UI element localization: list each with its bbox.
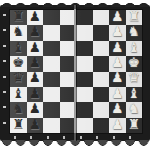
square-r7c3[interactable] bbox=[43, 102, 60, 117]
frame-coordinate-marks-bottom bbox=[14, 136, 138, 139]
square-r5c6[interactable] bbox=[93, 72, 110, 87]
square-r4c5[interactable] bbox=[76, 56, 93, 71]
white-knight[interactable]: ♞ bbox=[128, 25, 140, 39]
square-r7c6[interactable] bbox=[93, 102, 110, 117]
case-bottom-scalloped-edge bbox=[0, 140, 150, 150]
white-bishop[interactable]: ♝ bbox=[128, 87, 140, 101]
square-r7c5[interactable] bbox=[76, 102, 93, 117]
white-king[interactable]: ♚ bbox=[128, 56, 140, 70]
square-r1c3[interactable] bbox=[43, 10, 60, 25]
frame-coordinate-marks-left bbox=[3, 14, 6, 132]
black-pawn[interactable]: ♟ bbox=[29, 118, 41, 132]
black-bishop[interactable]: ♝ bbox=[12, 87, 24, 101]
white-pawn[interactable]: ♟ bbox=[111, 56, 123, 70]
black-pawn[interactable]: ♟ bbox=[29, 56, 41, 70]
white-knight[interactable]: ♞ bbox=[128, 102, 140, 116]
white-pawn[interactable]: ♟ bbox=[111, 71, 123, 85]
black-knight[interactable]: ♞ bbox=[12, 102, 24, 116]
square-r8c6[interactable] bbox=[93, 118, 110, 133]
black-pawn[interactable]: ♟ bbox=[29, 10, 41, 24]
square-r8c7[interactable]: ♟ bbox=[109, 118, 126, 133]
square-r6c5[interactable] bbox=[76, 87, 93, 102]
square-r6c6[interactable] bbox=[93, 87, 110, 102]
white-queen[interactable]: ♛ bbox=[128, 71, 140, 85]
square-r3c3[interactable] bbox=[43, 41, 60, 56]
black-king[interactable]: ♚ bbox=[12, 56, 24, 70]
square-r3c6[interactable] bbox=[93, 41, 110, 56]
black-pawn[interactable]: ♟ bbox=[29, 102, 41, 116]
white-pawn[interactable]: ♟ bbox=[111, 87, 123, 101]
square-r8c2[interactable]: ♟ bbox=[27, 118, 44, 133]
square-r2c3[interactable] bbox=[43, 25, 60, 40]
square-r5c5[interactable] bbox=[76, 72, 93, 87]
scene: ♜♟♟♜♞♟♟♞♝♟♟♝♚♟♟♚♛♟♟♛♝♟♟♝♞♟♟♞♜♟♟♜ bbox=[0, 0, 150, 150]
white-pawn[interactable]: ♟ bbox=[111, 118, 123, 132]
square-r2c6[interactable] bbox=[93, 25, 110, 40]
board-hinge-seam bbox=[74, 5, 76, 141]
square-r3c5[interactable] bbox=[76, 41, 93, 56]
white-pawn[interactable]: ♟ bbox=[111, 10, 123, 24]
square-r4c3[interactable] bbox=[43, 56, 60, 71]
white-rook[interactable]: ♜ bbox=[128, 118, 140, 132]
square-r8c1[interactable]: ♜ bbox=[10, 118, 27, 133]
square-r6c3[interactable] bbox=[43, 87, 60, 102]
square-r8c3[interactable] bbox=[43, 118, 60, 133]
black-pawn[interactable]: ♟ bbox=[29, 71, 41, 85]
white-pawn[interactable]: ♟ bbox=[111, 25, 123, 39]
black-rook[interactable]: ♜ bbox=[12, 118, 24, 132]
chess-board[interactable]: ♜♟♟♜♞♟♟♞♝♟♟♝♚♟♟♚♛♟♟♛♝♟♟♝♞♟♟♞♜♟♟♜ bbox=[10, 10, 142, 133]
square-r2c5[interactable] bbox=[76, 25, 93, 40]
white-pawn[interactable]: ♟ bbox=[111, 41, 123, 55]
white-bishop[interactable]: ♝ bbox=[128, 41, 140, 55]
square-r8c5[interactable] bbox=[76, 118, 93, 133]
square-r4c6[interactable] bbox=[93, 56, 110, 71]
black-pawn[interactable]: ♟ bbox=[29, 41, 41, 55]
square-r1c6[interactable] bbox=[93, 10, 110, 25]
square-r1c5[interactable] bbox=[76, 10, 93, 25]
black-pawn[interactable]: ♟ bbox=[29, 25, 41, 39]
square-r5c3[interactable] bbox=[43, 72, 60, 87]
square-r8c8[interactable]: ♜ bbox=[126, 118, 143, 133]
black-queen[interactable]: ♛ bbox=[12, 71, 24, 85]
black-rook[interactable]: ♜ bbox=[12, 10, 24, 24]
black-bishop[interactable]: ♝ bbox=[12, 41, 24, 55]
black-pawn[interactable]: ♟ bbox=[29, 87, 41, 101]
white-rook[interactable]: ♜ bbox=[128, 10, 140, 24]
white-pawn[interactable]: ♟ bbox=[111, 102, 123, 116]
black-knight[interactable]: ♞ bbox=[12, 25, 24, 39]
